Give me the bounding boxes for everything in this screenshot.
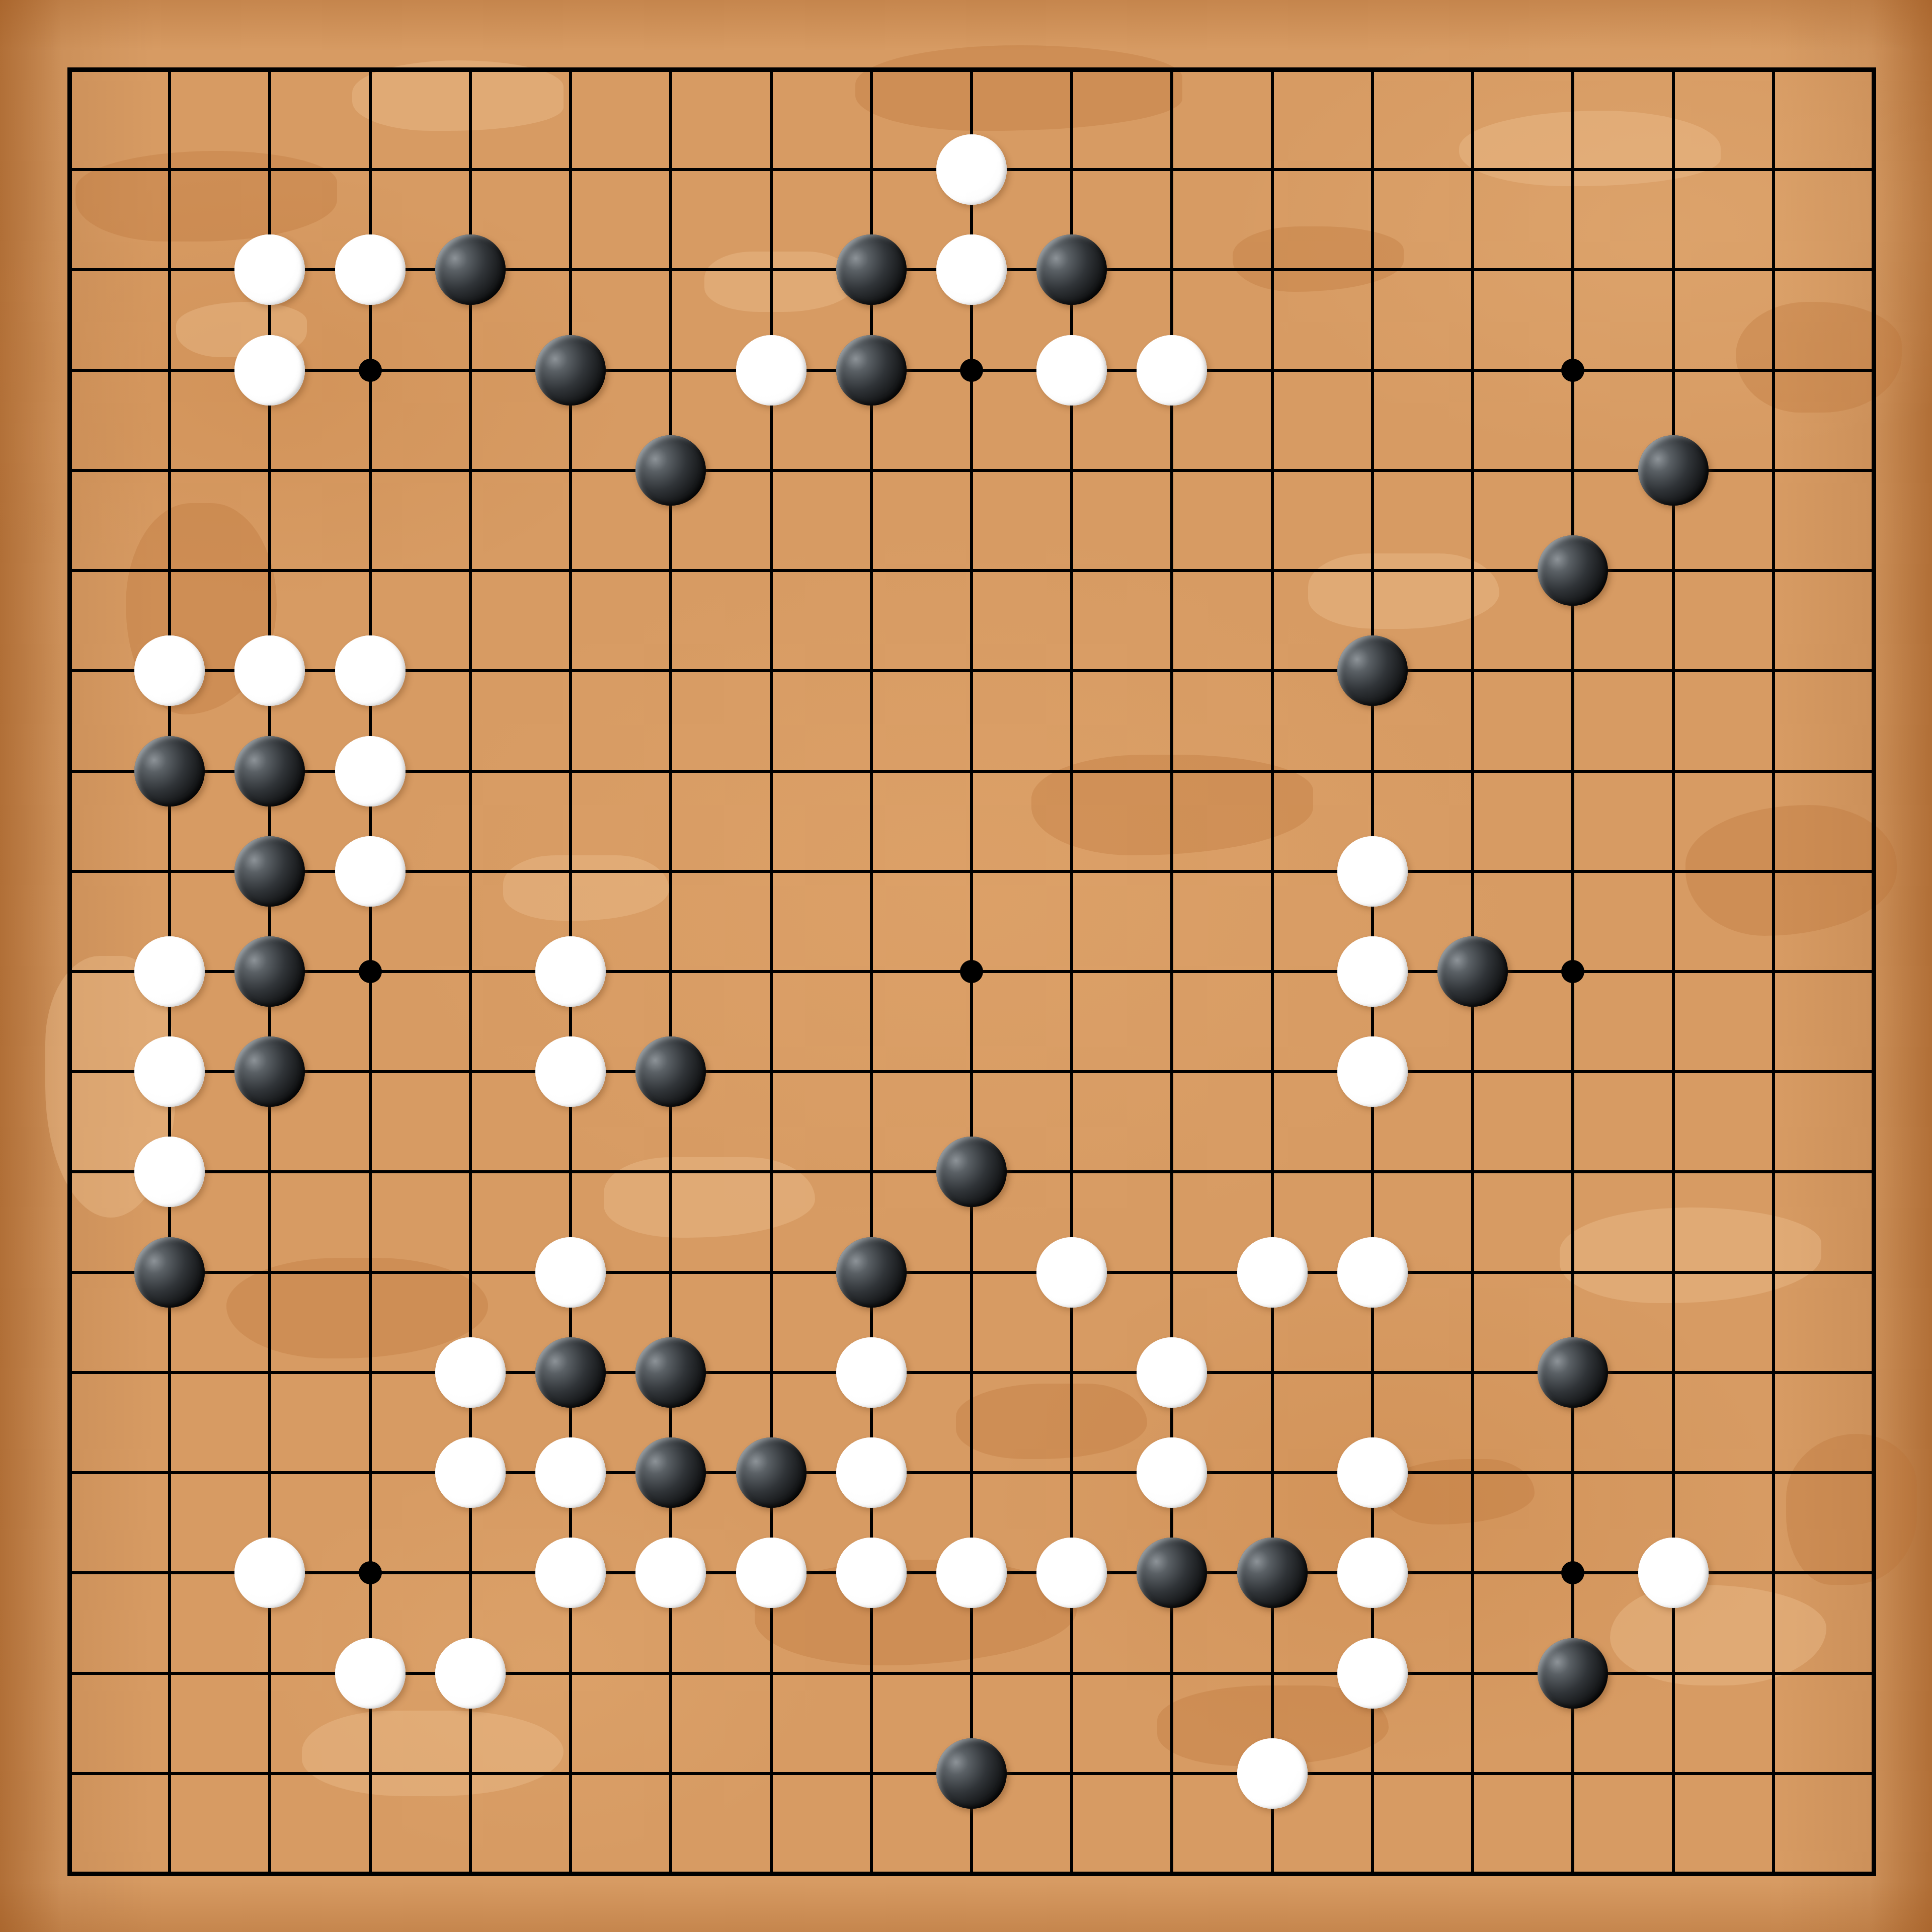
white-stone: ○ [836, 1538, 907, 1608]
white-stone-glyph: ○ [1036, 1538, 1107, 1608]
white-stone-glyph: ○ [335, 635, 406, 706]
star-point [359, 960, 382, 983]
grid-line-horizontal [67, 1872, 1876, 1876]
black-stone-glyph: ● [1337, 635, 1408, 706]
white-stone-glyph: ○ [1036, 335, 1107, 406]
star-point [960, 960, 983, 983]
black-stone-glyph: ● [134, 1237, 205, 1308]
white-stone: ○ [435, 1337, 506, 1408]
black-stone: ● [836, 234, 907, 305]
black-stone: ● [1036, 234, 1107, 305]
white-stone-glyph: ○ [1337, 836, 1408, 907]
black-stone-glyph: ● [936, 1738, 1007, 1809]
goban[interactable]: ○○○●●○●○●○●○○●●●○○○●●●○●○○○●○○●○●○●○○●●○… [0, 0, 1932, 1932]
white-stone-glyph: ○ [435, 1337, 506, 1408]
black-stone-glyph: ● [635, 1337, 706, 1408]
white-stone: ○ [535, 1237, 606, 1308]
black-stone: ● [635, 1437, 706, 1508]
star-point [359, 1561, 382, 1584]
grid-line-vertical [1772, 67, 1775, 1876]
white-stone: ○ [234, 335, 305, 406]
white-stone-glyph: ○ [1137, 335, 1207, 406]
white-stone-glyph: ○ [736, 1538, 807, 1608]
white-stone-glyph: ○ [1337, 1538, 1408, 1608]
wood-texture-blotch [704, 252, 855, 312]
black-stone-glyph: ● [1237, 1538, 1308, 1608]
white-stone-glyph: ○ [1337, 1638, 1408, 1709]
white-stone-glyph: ○ [1137, 1337, 1207, 1408]
black-stone-glyph: ● [234, 836, 305, 907]
black-stone: ● [635, 435, 706, 506]
black-stone: ● [234, 936, 305, 1007]
white-stone: ○ [936, 1538, 1007, 1608]
white-stone: ○ [1337, 836, 1408, 907]
wood-texture-blotch [75, 151, 337, 242]
black-stone: ● [1638, 435, 1709, 506]
black-stone: ● [1437, 936, 1508, 1007]
white-stone-glyph: ○ [836, 1538, 907, 1608]
wood-texture-blotch [302, 1711, 563, 1796]
white-stone: ○ [335, 234, 406, 305]
white-stone-glyph: ○ [535, 936, 606, 1007]
white-stone: ○ [234, 234, 305, 305]
white-stone: ○ [736, 1538, 807, 1608]
black-stone: ● [836, 1237, 907, 1308]
black-stone-glyph: ● [1137, 1538, 1207, 1608]
white-stone-glyph: ○ [936, 134, 1007, 205]
star-point [359, 359, 382, 382]
white-stone-glyph: ○ [134, 635, 205, 706]
white-stone-glyph: ○ [535, 1437, 606, 1508]
white-stone: ○ [1237, 1237, 1308, 1308]
white-stone: ○ [635, 1538, 706, 1608]
white-stone: ○ [1137, 335, 1207, 406]
black-stone-glyph: ● [836, 234, 907, 305]
black-stone-glyph: ● [234, 1036, 305, 1107]
white-stone: ○ [1337, 1538, 1408, 1608]
grid-line-horizontal [67, 1271, 1876, 1274]
black-stone: ● [1538, 535, 1608, 606]
white-stone: ○ [1638, 1538, 1709, 1608]
white-stone-glyph: ○ [836, 1337, 907, 1408]
black-stone-glyph: ● [936, 1137, 1007, 1207]
white-stone-glyph: ○ [435, 1437, 506, 1508]
white-stone-glyph: ○ [435, 1638, 506, 1709]
white-stone: ○ [1036, 1538, 1107, 1608]
black-stone-glyph: ● [535, 1337, 606, 1408]
black-stone-glyph: ● [134, 736, 205, 807]
white-stone: ○ [1137, 1437, 1207, 1508]
black-stone: ● [635, 1036, 706, 1107]
white-stone: ○ [836, 1437, 907, 1508]
white-stone-glyph: ○ [1337, 1437, 1408, 1508]
white-stone: ○ [435, 1638, 506, 1709]
black-stone-glyph: ● [635, 1437, 706, 1508]
black-stone-glyph: ● [836, 1237, 907, 1308]
black-stone-glyph: ● [1538, 1638, 1608, 1709]
black-stone: ● [736, 1437, 807, 1508]
black-stone-glyph: ● [635, 1036, 706, 1107]
wood-texture-blotch [503, 855, 669, 921]
black-stone: ● [1538, 1638, 1608, 1709]
black-stone-glyph: ● [635, 435, 706, 506]
white-stone: ○ [335, 736, 406, 807]
white-stone: ○ [1337, 1036, 1408, 1107]
white-stone-glyph: ○ [1638, 1538, 1709, 1608]
white-stone-glyph: ○ [1137, 1437, 1207, 1508]
white-stone-glyph: ○ [134, 936, 205, 1007]
wood-texture-blotch [1786, 1434, 1917, 1585]
white-stone: ○ [1036, 335, 1107, 406]
wood-texture-blotch [855, 45, 1182, 131]
white-stone-glyph: ○ [234, 635, 305, 706]
white-stone-glyph: ○ [1036, 1237, 1107, 1308]
wood-texture-blotch [1459, 111, 1721, 186]
white-stone: ○ [234, 635, 305, 706]
white-stone-glyph: ○ [535, 1538, 606, 1608]
black-stone-glyph: ● [1437, 936, 1508, 1007]
black-stone: ● [535, 1337, 606, 1408]
white-stone: ○ [234, 1538, 305, 1608]
white-stone-glyph: ○ [335, 836, 406, 907]
white-stone: ○ [335, 1638, 406, 1709]
white-stone: ○ [836, 1337, 907, 1408]
white-stone: ○ [936, 134, 1007, 205]
star-point [1561, 359, 1584, 382]
black-stone: ● [836, 335, 907, 406]
black-stone-glyph: ● [1538, 535, 1608, 606]
white-stone-glyph: ○ [936, 1538, 1007, 1608]
black-stone-glyph: ● [234, 736, 305, 807]
white-stone: ○ [535, 1036, 606, 1107]
white-stone: ○ [1237, 1738, 1308, 1809]
white-stone-glyph: ○ [134, 1137, 205, 1207]
white-stone-glyph: ○ [936, 234, 1007, 305]
white-stone-glyph: ○ [1337, 936, 1408, 1007]
wood-texture-blotch [604, 1157, 815, 1238]
black-stone: ● [1137, 1538, 1207, 1608]
black-stone: ● [535, 335, 606, 406]
grid-line-vertical [1872, 67, 1876, 1876]
black-stone: ● [1237, 1538, 1308, 1608]
white-stone: ○ [335, 635, 406, 706]
black-stone: ● [435, 234, 506, 305]
white-stone-glyph: ○ [335, 1638, 406, 1709]
black-stone-glyph: ● [234, 936, 305, 1007]
white-stone: ○ [736, 335, 807, 406]
white-stone-glyph: ○ [1337, 1036, 1408, 1107]
white-stone: ○ [1337, 1237, 1408, 1308]
white-stone: ○ [134, 635, 205, 706]
black-stone: ● [234, 836, 305, 907]
white-stone: ○ [535, 936, 606, 1007]
white-stone: ○ [134, 1137, 205, 1207]
black-stone: ● [1337, 635, 1408, 706]
black-stone-glyph: ● [736, 1437, 807, 1508]
white-stone-glyph: ○ [335, 736, 406, 807]
white-stone-glyph: ○ [134, 1036, 205, 1107]
black-stone-glyph: ● [435, 234, 506, 305]
white-stone: ○ [134, 936, 205, 1007]
wood-texture-blotch [1560, 1207, 1821, 1303]
white-stone-glyph: ○ [535, 1237, 606, 1308]
white-stone: ○ [335, 836, 406, 907]
white-stone: ○ [1036, 1237, 1107, 1308]
white-stone-glyph: ○ [1237, 1237, 1308, 1308]
white-stone-glyph: ○ [234, 1538, 305, 1608]
white-stone-glyph: ○ [1237, 1738, 1308, 1809]
wood-texture-blotch [1233, 226, 1404, 292]
black-stone-glyph: ● [1036, 234, 1107, 305]
white-stone: ○ [435, 1437, 506, 1508]
black-stone: ● [1538, 1337, 1608, 1408]
black-stone: ● [635, 1337, 706, 1408]
white-stone-glyph: ○ [1337, 1237, 1408, 1308]
white-stone-glyph: ○ [535, 1036, 606, 1107]
black-stone: ● [134, 1237, 205, 1308]
white-stone: ○ [134, 1036, 205, 1107]
grid-line-horizontal [67, 1471, 1876, 1474]
black-stone-glyph: ● [1538, 1337, 1608, 1408]
white-stone: ○ [1137, 1337, 1207, 1408]
white-stone: ○ [535, 1437, 606, 1508]
wood-texture-blotch [1736, 302, 1902, 413]
star-point [1561, 1561, 1584, 1584]
black-stone: ● [134, 736, 205, 807]
white-stone: ○ [1337, 1638, 1408, 1709]
white-stone: ○ [535, 1538, 606, 1608]
white-stone-glyph: ○ [234, 234, 305, 305]
black-stone-glyph: ● [535, 335, 606, 406]
black-stone: ● [936, 1137, 1007, 1207]
black-stone: ● [234, 1036, 305, 1107]
grid-line-horizontal [67, 1070, 1876, 1073]
black-stone: ● [234, 736, 305, 807]
wood-texture-blotch [1308, 553, 1499, 629]
white-stone-glyph: ○ [736, 335, 807, 406]
white-stone: ○ [1337, 936, 1408, 1007]
black-stone-glyph: ● [836, 335, 907, 406]
white-stone: ○ [1337, 1437, 1408, 1508]
white-stone-glyph: ○ [335, 234, 406, 305]
white-stone-glyph: ○ [635, 1538, 706, 1608]
wood-texture-blotch [956, 1384, 1147, 1459]
black-stone-glyph: ● [1638, 435, 1709, 506]
black-stone: ● [936, 1738, 1007, 1809]
star-point [1561, 960, 1584, 983]
white-stone: ○ [936, 234, 1007, 305]
white-stone-glyph: ○ [836, 1437, 907, 1508]
white-stone-glyph: ○ [234, 335, 305, 406]
star-point [960, 359, 983, 382]
